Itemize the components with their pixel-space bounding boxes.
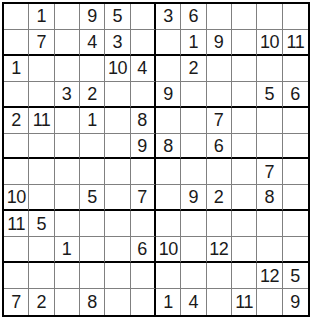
- cell-r1c1[interactable]: [4, 4, 29, 30]
- cell-r2c12[interactable]: 11: [283, 30, 308, 56]
- cell-r9c6[interactable]: [131, 211, 156, 237]
- cell-r9c5[interactable]: [105, 211, 130, 237]
- cell-r1c2[interactable]: 1: [29, 4, 54, 30]
- cell-r6c11[interactable]: [257, 134, 282, 160]
- cell-r11c9[interactable]: [207, 263, 232, 289]
- cell-r8c1[interactable]: 10: [4, 185, 29, 211]
- cell-r10c2[interactable]: [29, 237, 54, 263]
- cell-r3c8[interactable]: 2: [181, 56, 206, 82]
- cell-r7c6[interactable]: [131, 159, 156, 185]
- cell-r11c8[interactable]: [181, 263, 206, 289]
- cell-r11c5[interactable]: [105, 263, 130, 289]
- cell-r12c11[interactable]: [257, 289, 282, 315]
- cell-r3c7[interactable]: [156, 56, 181, 82]
- cell-r4c5[interactable]: [105, 82, 130, 108]
- cell-r1c5[interactable]: 5: [105, 4, 130, 30]
- cell-r12c7[interactable]: 1: [156, 289, 181, 315]
- cell-r4c6[interactable]: [131, 82, 156, 108]
- cell-r9c11[interactable]: [257, 211, 282, 237]
- cell-r5c7[interactable]: [156, 108, 181, 134]
- cell-r5c1[interactable]: 2: [4, 108, 29, 134]
- cell-r3c10[interactable]: [232, 56, 257, 82]
- cell-r10c3[interactable]: 1: [55, 237, 80, 263]
- cell-r12c3[interactable]: [55, 289, 80, 315]
- cell-r11c3[interactable]: [55, 263, 80, 289]
- cell-r2c9[interactable]: 9: [207, 30, 232, 56]
- cell-r7c12[interactable]: [283, 159, 308, 185]
- cell-r6c6[interactable]: 9: [131, 134, 156, 160]
- cell-r11c6[interactable]: [131, 263, 156, 289]
- cell-r7c9[interactable]: [207, 159, 232, 185]
- cell-r9c8[interactable]: [181, 211, 206, 237]
- cell-r7c5[interactable]: [105, 159, 130, 185]
- cell-r2c3[interactable]: [55, 30, 80, 56]
- cell-r10c8[interactable]: [181, 237, 206, 263]
- cell-r11c2[interactable]: [29, 263, 54, 289]
- cell-r5c4[interactable]: 1: [80, 108, 105, 134]
- cell-r7c2[interactable]: [29, 159, 54, 185]
- cell-r5c12[interactable]: [283, 108, 308, 134]
- cell-r6c5[interactable]: [105, 134, 130, 160]
- cell-r5c10[interactable]: [232, 108, 257, 134]
- cell-r8c11[interactable]: 8: [257, 185, 282, 211]
- cell-r9c4[interactable]: [80, 211, 105, 237]
- cell-r3c3[interactable]: [55, 56, 80, 82]
- cell-r4c11[interactable]: 5: [257, 82, 282, 108]
- cell-r5c3[interactable]: [55, 108, 80, 134]
- cell-r4c12[interactable]: 6: [283, 82, 308, 108]
- cell-r10c7[interactable]: 10: [156, 237, 181, 263]
- cell-r3c2[interactable]: [29, 56, 54, 82]
- cell-r10c4[interactable]: [80, 237, 105, 263]
- cell-r10c12[interactable]: [283, 237, 308, 263]
- cell-r3c9[interactable]: [207, 56, 232, 82]
- cell-r2c10[interactable]: [232, 30, 257, 56]
- cell-r10c1[interactable]: [4, 237, 29, 263]
- cell-r6c3[interactable]: [55, 134, 80, 160]
- cell-r2c6[interactable]: [131, 30, 156, 56]
- cell-r11c12[interactable]: 5: [283, 263, 308, 289]
- cell-r7c4[interactable]: [80, 159, 105, 185]
- cell-r3c5[interactable]: 10: [105, 56, 130, 82]
- cell-r5c9[interactable]: 7: [207, 108, 232, 134]
- cell-r5c2[interactable]: 11: [29, 108, 54, 134]
- cell-r7c10[interactable]: [232, 159, 257, 185]
- cell-r6c12[interactable]: [283, 134, 308, 160]
- cell-r7c8[interactable]: [181, 159, 206, 185]
- cell-r1c7[interactable]: 3: [156, 4, 181, 30]
- cell-r8c3[interactable]: [55, 185, 80, 211]
- cell-r12c10[interactable]: 11: [232, 289, 257, 315]
- cell-r12c8[interactable]: 4: [181, 289, 206, 315]
- cell-r1c9[interactable]: [207, 4, 232, 30]
- cell-r5c6[interactable]: 8: [131, 108, 156, 134]
- cell-r5c11[interactable]: [257, 108, 282, 134]
- cell-r11c4[interactable]: [80, 263, 105, 289]
- cell-r4c1[interactable]: [4, 82, 29, 108]
- cell-r8c9[interactable]: 2: [207, 185, 232, 211]
- cell-r1c11[interactable]: [257, 4, 282, 30]
- cell-r9c9[interactable]: [207, 211, 232, 237]
- cell-r8c12[interactable]: [283, 185, 308, 211]
- cell-r12c9[interactable]: [207, 289, 232, 315]
- cell-r2c5[interactable]: 3: [105, 30, 130, 56]
- cell-r3c12[interactable]: [283, 56, 308, 82]
- cell-r12c6[interactable]: [131, 289, 156, 315]
- cell-r9c3[interactable]: [55, 211, 80, 237]
- cell-r6c1[interactable]: [4, 134, 29, 160]
- cell-r8c2[interactable]: [29, 185, 54, 211]
- cell-r10c9[interactable]: 12: [207, 237, 232, 263]
- cell-r4c2[interactable]: [29, 82, 54, 108]
- cell-r9c1[interactable]: 11: [4, 211, 29, 237]
- cell-r6c4[interactable]: [80, 134, 105, 160]
- cell-r6c2[interactable]: [29, 134, 54, 160]
- cell-r5c8[interactable]: [181, 108, 206, 134]
- cell-r11c11[interactable]: 12: [257, 263, 282, 289]
- cell-r10c11[interactable]: [257, 237, 282, 263]
- cell-r7c7[interactable]: [156, 159, 181, 185]
- cell-r8c6[interactable]: 7: [131, 185, 156, 211]
- cell-r9c2[interactable]: 5: [29, 211, 54, 237]
- cell-r10c6[interactable]: 6: [131, 237, 156, 263]
- cell-r6c8[interactable]: [181, 134, 206, 160]
- cell-r2c8[interactable]: 1: [181, 30, 206, 56]
- cell-r1c3[interactable]: [55, 4, 80, 30]
- cell-r3c4[interactable]: [80, 56, 105, 82]
- cell-r3c6[interactable]: 4: [131, 56, 156, 82]
- cell-r7c1[interactable]: [4, 159, 29, 185]
- cell-r5c5[interactable]: [105, 108, 130, 134]
- cell-r11c10[interactable]: [232, 263, 257, 289]
- cell-r6c10[interactable]: [232, 134, 257, 160]
- cell-r4c3[interactable]: 3: [55, 82, 80, 108]
- sudoku-board: 1953674319101111042329562111879867105792…: [2, 2, 310, 317]
- cell-r6c7[interactable]: 8: [156, 134, 181, 160]
- cell-r12c1[interactable]: 7: [4, 289, 29, 315]
- cell-r12c4[interactable]: 8: [80, 289, 105, 315]
- cell-r4c10[interactable]: [232, 82, 257, 108]
- cell-r1c10[interactable]: [232, 4, 257, 30]
- cell-r1c4[interactable]: 9: [80, 4, 105, 30]
- cell-r2c1[interactable]: [4, 30, 29, 56]
- cell-r7c3[interactable]: [55, 159, 80, 185]
- cell-r11c7[interactable]: [156, 263, 181, 289]
- cell-r8c4[interactable]: 5: [80, 185, 105, 211]
- cell-r8c7[interactable]: [156, 185, 181, 211]
- cell-r1c8[interactable]: 6: [181, 4, 206, 30]
- cell-r12c12[interactable]: 9: [283, 289, 308, 315]
- cell-r2c7[interactable]: [156, 30, 181, 56]
- cell-r6c9[interactable]: 6: [207, 134, 232, 160]
- cell-r12c2[interactable]: 2: [29, 289, 54, 315]
- cell-r4c7[interactable]: 9: [156, 82, 181, 108]
- cell-r8c8[interactable]: 9: [181, 185, 206, 211]
- cell-r8c5[interactable]: [105, 185, 130, 211]
- cell-r10c5[interactable]: [105, 237, 130, 263]
- cell-r3c11[interactable]: [257, 56, 282, 82]
- cell-r2c11[interactable]: 10: [257, 30, 282, 56]
- cell-r4c8[interactable]: [181, 82, 206, 108]
- cell-r11c1[interactable]: [4, 263, 29, 289]
- cell-r8c10[interactable]: [232, 185, 257, 211]
- cell-r3c1[interactable]: 1: [4, 56, 29, 82]
- cell-r1c6[interactable]: [131, 4, 156, 30]
- cell-r2c2[interactable]: 7: [29, 30, 54, 56]
- cell-r1c12[interactable]: [283, 4, 308, 30]
- cell-r9c12[interactable]: [283, 211, 308, 237]
- cell-r12c5[interactable]: [105, 289, 130, 315]
- cell-r9c10[interactable]: [232, 211, 257, 237]
- cell-r2c4[interactable]: 4: [80, 30, 105, 56]
- cell-r9c7[interactable]: [156, 211, 181, 237]
- cell-r7c11[interactable]: 7: [257, 159, 282, 185]
- cell-r4c9[interactable]: [207, 82, 232, 108]
- cell-r10c10[interactable]: [232, 237, 257, 263]
- cell-r4c4[interactable]: 2: [80, 82, 105, 108]
